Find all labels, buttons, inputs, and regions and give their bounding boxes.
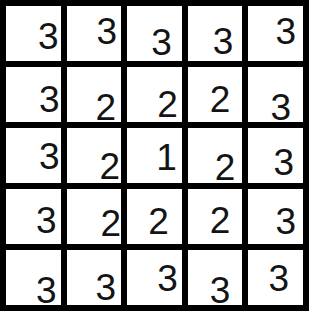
cell-value: 3 xyxy=(36,272,57,309)
cell-value: 3 xyxy=(36,202,57,239)
grid-cell-r5c5[interactable]: 3 xyxy=(248,250,303,305)
cell-value: 2 xyxy=(101,205,122,242)
grid-cell-r5c4[interactable]: 3 xyxy=(188,250,243,305)
cell-value: 3 xyxy=(39,81,60,118)
cell-value: 1 xyxy=(156,139,177,176)
grid-cell-r4c2[interactable]: 2 xyxy=(67,189,122,244)
grid-cell-r1c2[interactable]: 3 xyxy=(67,6,122,61)
cell-value: 3 xyxy=(273,144,294,181)
cell-value: 3 xyxy=(213,23,234,60)
grid-cell-r3c2[interactable]: 2 xyxy=(67,128,122,183)
grid-cell-r2c2[interactable]: 2 xyxy=(67,67,122,122)
cell-value: 2 xyxy=(157,86,178,123)
cell-value: 2 xyxy=(210,81,231,118)
grid-cell-r2c3[interactable]: 2 xyxy=(127,67,182,122)
grid-cell-r1c1[interactable]: 3 xyxy=(6,6,61,61)
grid-cell-r3c3[interactable]: 1 xyxy=(127,128,182,183)
grid-cell-r2c1[interactable]: 3 xyxy=(6,67,61,122)
grid-cell-r1c5[interactable]: 3 xyxy=(248,6,303,61)
cell-value: 2 xyxy=(210,202,231,239)
grid-cell-r3c5[interactable]: 3 xyxy=(248,128,303,183)
cell-value: 2 xyxy=(148,203,169,240)
grid-cell-r1c4[interactable]: 3 xyxy=(188,6,243,61)
grid-cell-r5c1[interactable]: 3 xyxy=(6,250,61,305)
grid-cell-r4c5[interactable]: 3 xyxy=(248,189,303,244)
cell-value: 3 xyxy=(275,13,296,50)
grid-cell-r1c3[interactable]: 3 xyxy=(127,6,182,61)
grid-cell-r4c4[interactable]: 2 xyxy=(188,189,243,244)
grid-cell-r4c1[interactable]: 3 xyxy=(6,189,61,244)
cell-value: 3 xyxy=(270,89,291,126)
cell-value: 3 xyxy=(96,269,117,306)
cell-value: 2 xyxy=(215,149,236,186)
cell-value: 3 xyxy=(97,13,118,50)
cell-value: 3 xyxy=(275,203,296,240)
grid-cell-r5c3[interactable]: 3 xyxy=(127,250,182,305)
grid-cell-r3c4[interactable]: 2 xyxy=(188,128,243,183)
cell-value: 3 xyxy=(38,18,59,55)
cell-value: 3 xyxy=(157,260,178,297)
grid-cell-r2c4[interactable]: 2 xyxy=(188,67,243,122)
grid-cell-r4c3[interactable]: 2 xyxy=(127,189,182,244)
cell-value: 3 xyxy=(268,260,289,297)
grid-cell-r2c5[interactable]: 3 xyxy=(248,67,303,122)
cell-value: 3 xyxy=(210,272,231,309)
puzzle-grid: 3333332223321233222333333 xyxy=(0,0,309,311)
grid-cell-r3c1[interactable]: 3 xyxy=(6,128,61,183)
cell-value: 2 xyxy=(100,148,121,185)
cell-value: 3 xyxy=(39,138,60,175)
grid-cell-r5c2[interactable]: 3 xyxy=(67,250,122,305)
cell-value: 3 xyxy=(151,24,172,61)
cell-value: 2 xyxy=(96,89,117,126)
